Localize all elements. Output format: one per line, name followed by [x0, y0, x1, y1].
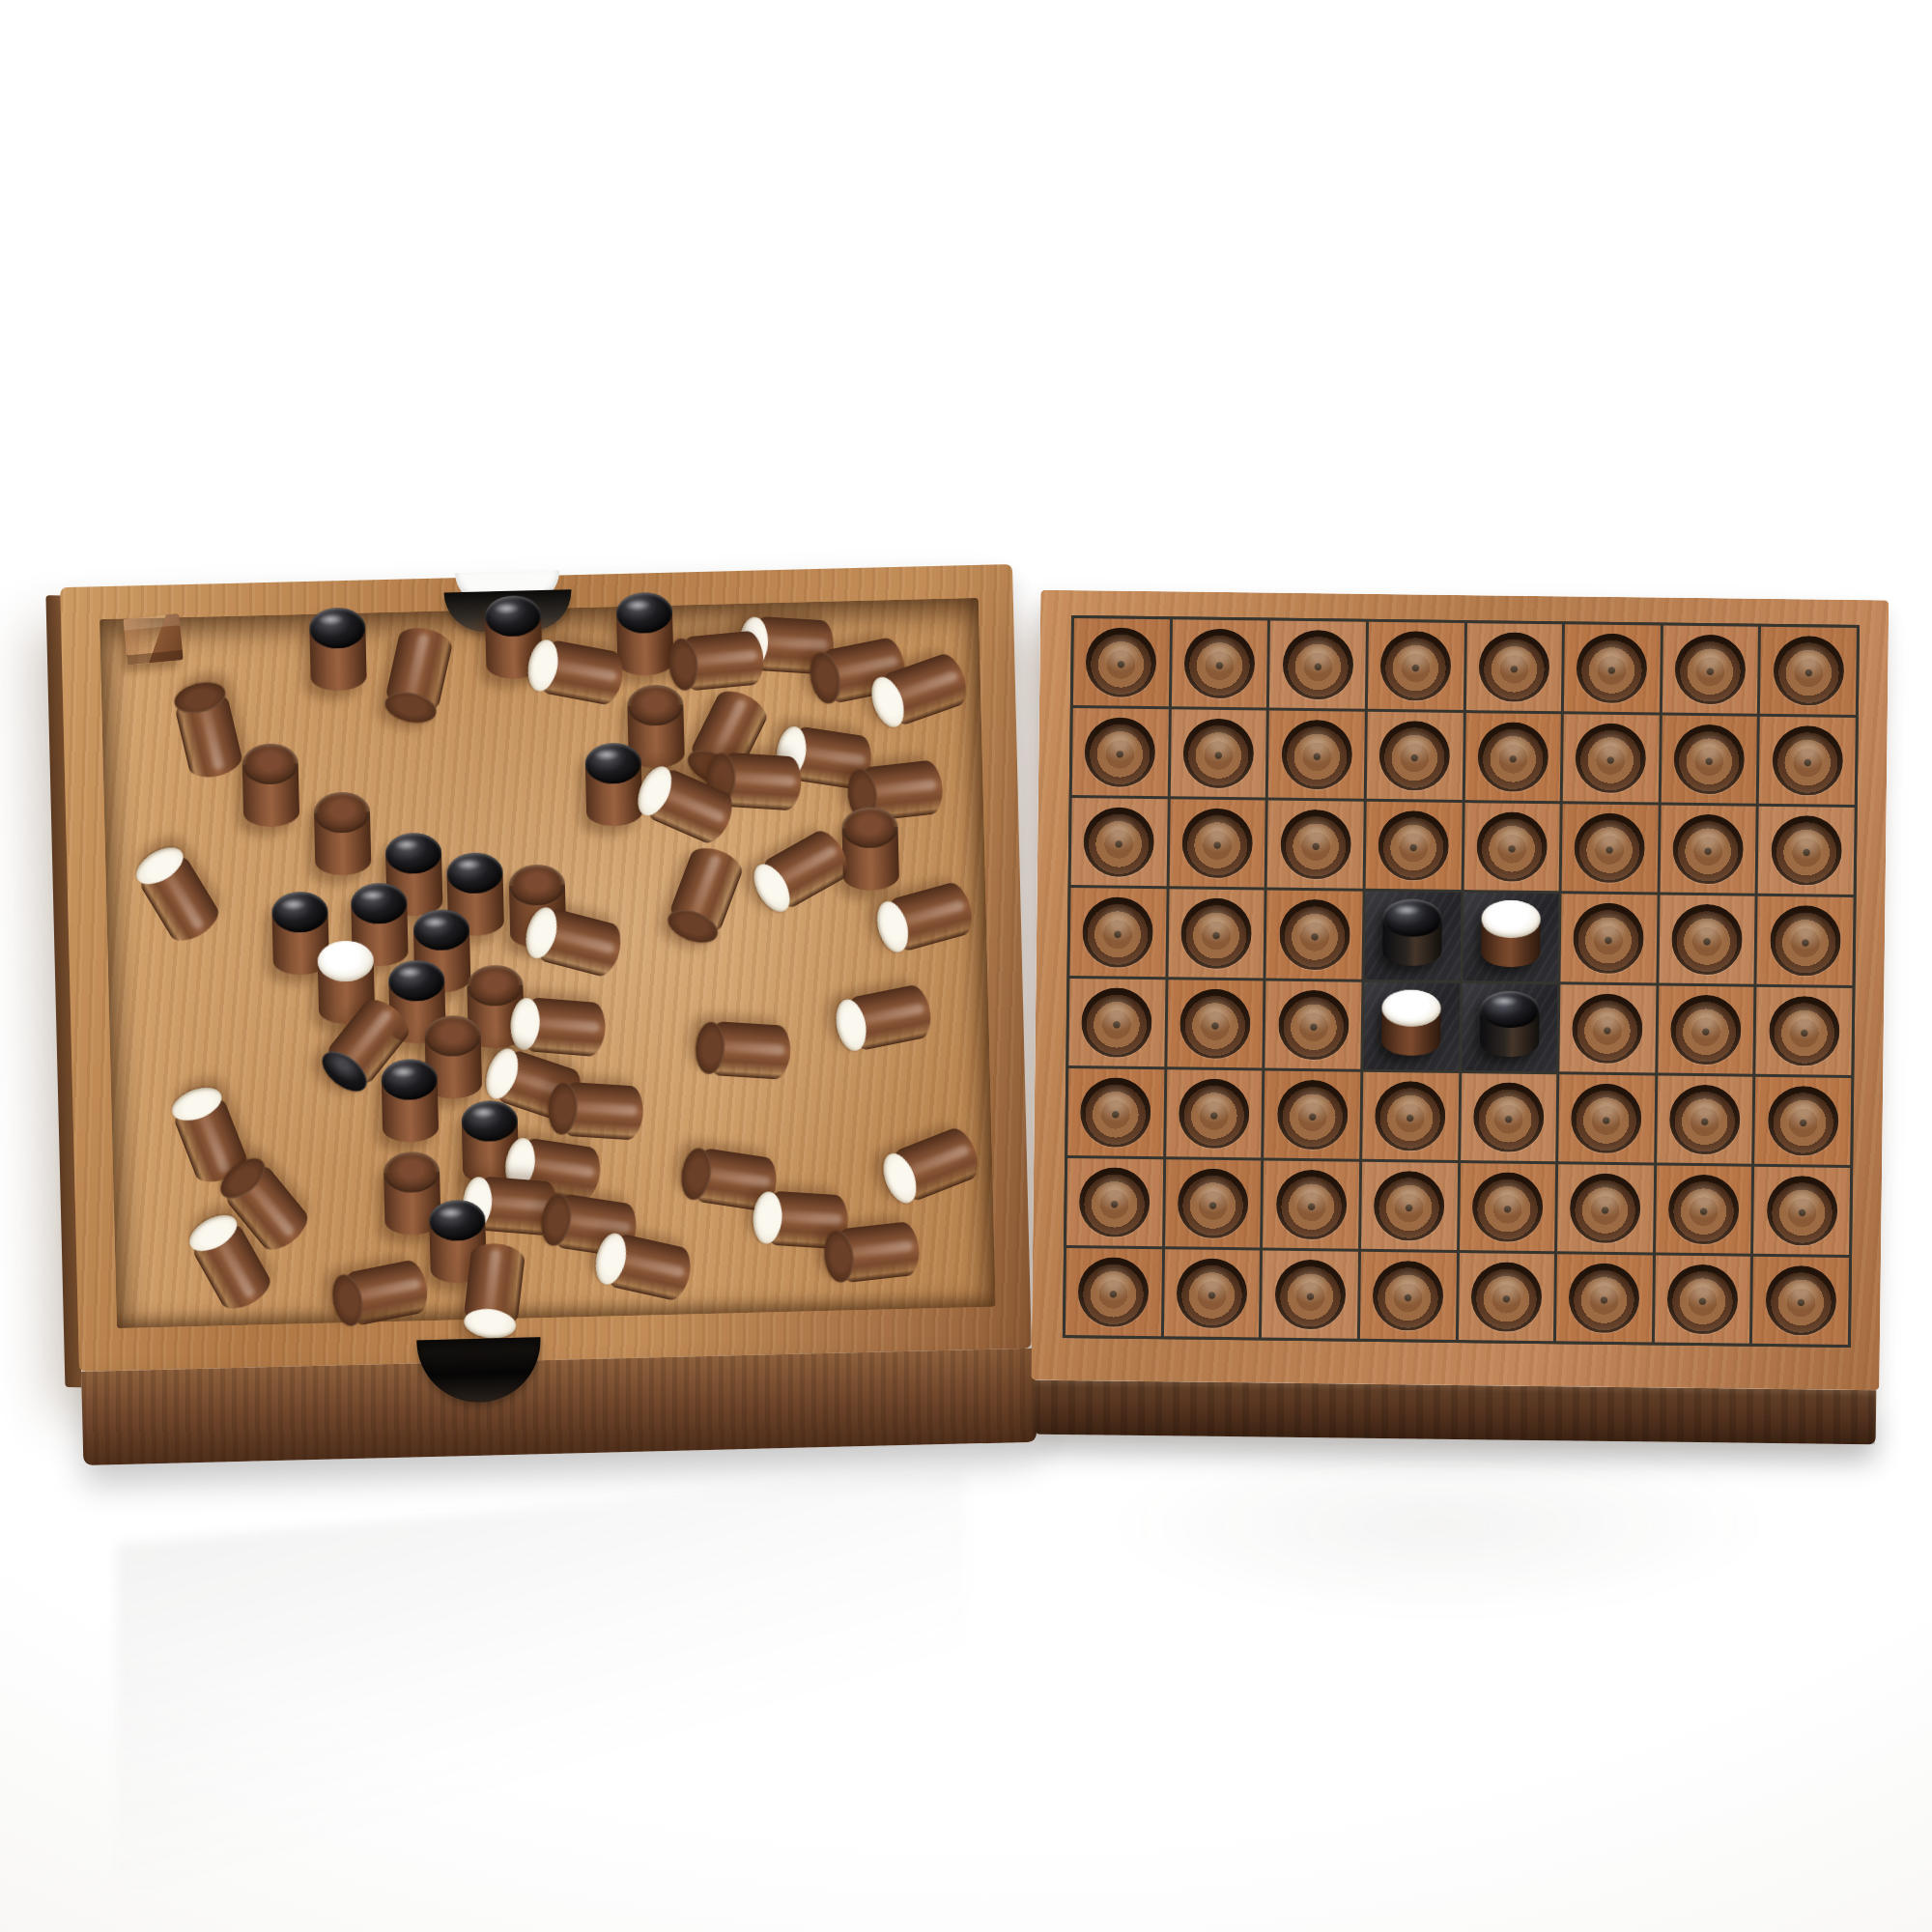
board-disc-white-e4[interactable] — [1481, 900, 1541, 967]
board-cell-a6[interactable] — [1067, 1068, 1164, 1156]
board-cell-a7[interactable] — [1066, 1158, 1163, 1246]
board-cell-e8[interactable] — [1458, 1253, 1554, 1341]
board-cell-c8[interactable] — [1262, 1250, 1358, 1338]
tray-disc-lying-plain-end[interactable] — [695, 1020, 792, 1080]
product-photo-scene — [0, 0, 1932, 1932]
board-cell-c2[interactable] — [1268, 711, 1365, 799]
board-cell-f8[interactable] — [1556, 1254, 1653, 1342]
board-hole-c8 — [1274, 1260, 1346, 1330]
board-hole-c6 — [1276, 1079, 1348, 1150]
board-cell-e2[interactable] — [1464, 713, 1561, 801]
board-hole-b4 — [1180, 898, 1252, 969]
board-hole-f5 — [1572, 993, 1643, 1064]
board-hole-h6 — [1767, 1086, 1838, 1156]
board-hole-c7 — [1275, 1169, 1347, 1239]
board-hole-h7 — [1766, 1176, 1837, 1246]
board-cell-h3[interactable] — [1758, 807, 1855, 895]
board-cell-f7[interactable] — [1557, 1164, 1654, 1252]
tray-disc-standing-black-top[interactable] — [584, 742, 642, 826]
tray-disc-lying-white-end[interactable] — [591, 1229, 696, 1302]
board-cell-h4[interactable] — [1757, 896, 1854, 984]
board-hole-a7 — [1079, 1167, 1151, 1237]
tray-disc-lying-plain-end[interactable] — [663, 841, 747, 949]
board-cell-g8[interactable] — [1655, 1255, 1751, 1343]
board-cell-h1[interactable] — [1760, 627, 1857, 715]
board-hole-d2 — [1379, 721, 1451, 791]
board-cell-a1[interactable] — [1073, 618, 1170, 706]
board-hole-e8 — [1470, 1262, 1542, 1332]
board-cell-a2[interactable] — [1072, 708, 1169, 796]
board-hole-e1 — [1478, 632, 1549, 702]
board-hole-f8 — [1569, 1263, 1640, 1333]
board-cell-g6[interactable] — [1657, 1075, 1753, 1163]
board-cell-b3[interactable] — [1169, 800, 1265, 888]
board-hole-a6 — [1080, 1077, 1151, 1148]
board-hole-h2 — [1772, 725, 1843, 796]
board-hole-b7 — [1178, 1168, 1249, 1238]
board-hole-c5 — [1278, 989, 1350, 1060]
tray-disc-lying-plain-end[interactable] — [170, 678, 244, 782]
board-disc-white-d5[interactable] — [1381, 989, 1441, 1056]
board-cell-g4[interactable] — [1659, 895, 1755, 983]
backdrop-shadow — [1082, 1449, 1874, 1700]
board-cell-h8[interactable] — [1752, 1257, 1849, 1345]
board-cell-f5[interactable] — [1559, 984, 1656, 1072]
tray-disc-lying-white-end[interactable] — [521, 903, 626, 980]
board-cell-d1[interactable] — [1368, 622, 1464, 710]
backdrop-paper-seam — [116, 1470, 966, 1892]
board-cell-c7[interactable] — [1263, 1160, 1359, 1248]
tray-disc-lying-white-end[interactable] — [462, 1240, 526, 1341]
board-cell-h5[interactable] — [1756, 986, 1853, 1074]
board-hole-f2 — [1576, 724, 1647, 794]
board-hole-b2 — [1182, 719, 1254, 789]
tray-disc-lying-white-end[interactable] — [128, 839, 224, 949]
board-hole-f7 — [1570, 1173, 1641, 1243]
board-hole-h3 — [1771, 815, 1842, 886]
board-hole-e7 — [1471, 1172, 1543, 1242]
board-hole-d1 — [1380, 631, 1452, 701]
board-cell-c5[interactable] — [1265, 980, 1362, 1068]
board-hole-a4 — [1082, 897, 1153, 968]
board-hole-e2 — [1477, 722, 1548, 792]
board-cell-e1[interactable] — [1465, 623, 1562, 711]
board-hole-g6 — [1669, 1084, 1741, 1154]
board-hole-b8 — [1177, 1258, 1248, 1328]
board-hole-d8 — [1373, 1261, 1444, 1331]
tray-disc-lying-white-end[interactable] — [871, 880, 977, 957]
board-cell-d2[interactable] — [1367, 712, 1463, 800]
tray-disc-lying-white-end[interactable] — [877, 1124, 985, 1209]
tray-disc-lying-plain-end[interactable] — [546, 1081, 643, 1141]
board-hole-g1 — [1675, 635, 1747, 705]
tray-disc-standing-wood-top[interactable] — [313, 791, 371, 875]
tray-disc-standing-wood-top[interactable] — [841, 807, 899, 891]
board-cell-b8[interactable] — [1164, 1249, 1261, 1337]
board-cell-h2[interactable] — [1759, 717, 1856, 805]
board-hole-h5 — [1769, 995, 1840, 1065]
board-hole-b3 — [1181, 809, 1253, 879]
board-hole-b5 — [1179, 988, 1251, 1059]
board-cell-f2[interactable] — [1563, 714, 1660, 802]
board-hole-c1 — [1282, 630, 1353, 700]
board-cell-g7[interactable] — [1656, 1165, 1752, 1253]
board-cell-c3[interactable] — [1267, 801, 1364, 889]
board-cell-a4[interactable] — [1070, 888, 1167, 976]
tray-disc-standing-black-top[interactable] — [309, 607, 367, 691]
board-cell-a8[interactable] — [1065, 1248, 1162, 1336]
tray-disc-lying-plain-end[interactable] — [381, 623, 454, 727]
tray-disc-lying-plain-end[interactable] — [667, 630, 766, 693]
board-hole-h4 — [1770, 905, 1841, 976]
board-side-edge — [1034, 1380, 1877, 1445]
piece-tray-box — [60, 564, 1032, 1372]
board-cell-a3[interactable] — [1071, 798, 1168, 886]
board-cell-g3[interactable] — [1660, 806, 1756, 894]
board-cell-a5[interactable] — [1068, 979, 1165, 1066]
othello-board-lid — [1031, 590, 1889, 1445]
board-hole-c2 — [1281, 720, 1352, 790]
tray-disc-lying-plain-end[interactable] — [821, 1221, 922, 1286]
board-top-face — [1031, 590, 1889, 1391]
board-hole-g2 — [1673, 724, 1745, 795]
board-hole-g8 — [1667, 1264, 1739, 1335]
board-cell-b6[interactable] — [1166, 1069, 1263, 1157]
board-hole-a3 — [1084, 808, 1155, 878]
board-disc-black-e5[interactable] — [1480, 990, 1540, 1057]
board-hole-a5 — [1081, 987, 1152, 1058]
board-cell-f3[interactable] — [1562, 805, 1659, 893]
board-hole-g4 — [1671, 904, 1743, 975]
board-cell-g5[interactable] — [1658, 985, 1754, 1073]
board-cell-e5[interactable] — [1462, 983, 1558, 1071]
board-cell-b5[interactable] — [1167, 980, 1264, 1067]
board-cell-e7[interactable] — [1460, 1163, 1556, 1251]
board-hole-c3 — [1280, 810, 1351, 880]
board-cell-d6[interactable] — [1362, 1071, 1459, 1159]
board-cell-e3[interactable] — [1463, 803, 1560, 891]
board-hole-d6 — [1375, 1081, 1446, 1151]
board-cell-d4[interactable] — [1364, 892, 1461, 980]
board-cell-b4[interactable] — [1168, 890, 1264, 978]
board-hole-f4 — [1574, 903, 1645, 974]
tray-disc-lying-white-end[interactable] — [525, 637, 628, 707]
tray-disc-lying-plain-end[interactable] — [328, 1258, 432, 1329]
board-cell-g2[interactable] — [1661, 716, 1757, 804]
board-hole-g5 — [1670, 994, 1742, 1065]
board-disc-black-d4[interactable] — [1382, 899, 1442, 966]
board-hole-d3 — [1378, 810, 1449, 881]
board-hole-h1 — [1773, 636, 1844, 706]
board-hole-g3 — [1672, 814, 1744, 885]
board-cell-f1[interactable] — [1564, 624, 1661, 712]
board-hole-e6 — [1473, 1082, 1545, 1152]
board-cell-b1[interactable] — [1172, 619, 1268, 707]
board-cell-b7[interactable] — [1165, 1159, 1262, 1247]
board-hole-d7 — [1374, 1171, 1445, 1241]
board-cell-f6[interactable] — [1558, 1074, 1655, 1162]
board-grid — [1063, 615, 1860, 1348]
board-cell-g1[interactable] — [1662, 626, 1759, 714]
spare-square-block[interactable] — [123, 613, 183, 665]
board-hole-a2 — [1085, 717, 1156, 787]
board-cell-e6[interactable] — [1461, 1073, 1557, 1161]
board-hole-b1 — [1183, 629, 1255, 699]
board-hole-f3 — [1575, 813, 1646, 884]
tray-disc-lying-white-end[interactable] — [746, 825, 855, 919]
board-hole-f6 — [1571, 1083, 1642, 1153]
tray-disc-lying-white-end[interactable] — [508, 996, 607, 1058]
board-cell-d3[interactable] — [1365, 802, 1462, 890]
board-hole-h8 — [1765, 1265, 1836, 1336]
board-hole-b6 — [1179, 1078, 1250, 1149]
board-hole-g7 — [1668, 1174, 1740, 1244]
board-cell-b2[interactable] — [1170, 709, 1266, 797]
tray-floor — [99, 598, 996, 1328]
board-cell-h7[interactable] — [1753, 1166, 1850, 1254]
tray-disc-standing-black-top[interactable] — [382, 1059, 440, 1143]
board-cell-d5[interactable] — [1363, 981, 1460, 1069]
board-cell-c4[interactable] — [1266, 891, 1363, 979]
board-cell-d8[interactable] — [1360, 1252, 1457, 1340]
board-cell-c1[interactable] — [1269, 621, 1366, 709]
board-cell-e4[interactable] — [1463, 893, 1559, 980]
tray-disc-standing-wood-top[interactable] — [241, 743, 299, 827]
board-cell-d7[interactable] — [1361, 1162, 1458, 1250]
tray-disc-lying-white-end[interactable] — [832, 982, 935, 1054]
board-hole-c4 — [1279, 899, 1350, 970]
board-hole-e3 — [1476, 811, 1548, 882]
board-cell-f4[interactable] — [1561, 895, 1658, 982]
board-cell-h6[interactable] — [1755, 1076, 1852, 1164]
board-cell-c6[interactable] — [1264, 1070, 1360, 1158]
board-hole-a8 — [1078, 1257, 1150, 1327]
board-hole-f1 — [1577, 633, 1648, 703]
board-hole-a1 — [1086, 627, 1157, 697]
